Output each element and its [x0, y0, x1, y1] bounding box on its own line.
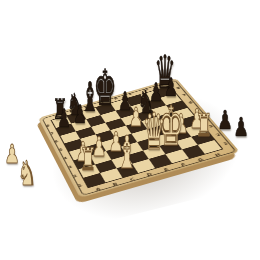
- file-label-bottom-a: A: [95, 187, 101, 192]
- file-label-bottom-b: B: [112, 182, 118, 186]
- file-label-bottom-d: D: [146, 172, 153, 177]
- captured-white-pawn: ♟: [4, 141, 20, 167]
- chess-set-photo: AABBCCDDEEFFGGHH1122334455667788 ♜♞♝♚♛♟♟…: [0, 0, 260, 260]
- captured-white-knight: ♞: [17, 156, 36, 190]
- file-label-bottom-c: C: [129, 177, 135, 181]
